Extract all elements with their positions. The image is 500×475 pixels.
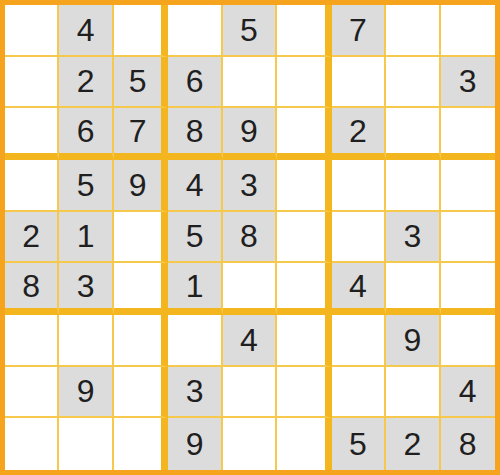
cell-r7c9[interactable] — [441, 315, 495, 367]
cell-r1c6[interactable] — [277, 5, 331, 57]
cell-r1c8[interactable] — [386, 5, 440, 57]
cell-r2c4[interactable]: 6 — [168, 57, 222, 109]
cell-r8c7[interactable] — [332, 367, 386, 419]
cell-r6c8[interactable] — [386, 263, 440, 315]
cell-r5c7[interactable] — [332, 212, 386, 264]
cell-r5c3[interactable] — [114, 212, 168, 264]
cell-r4c1[interactable] — [5, 160, 59, 212]
cell-r1c9[interactable] — [441, 5, 495, 57]
cell-r5c4[interactable]: 5 — [168, 212, 222, 264]
cell-r3c3[interactable]: 7 — [114, 108, 168, 160]
cell-r6c9[interactable] — [441, 263, 495, 315]
cell-r5c8[interactable]: 3 — [386, 212, 440, 264]
cell-r4c3[interactable]: 9 — [114, 160, 168, 212]
cell-r6c7[interactable]: 4 — [332, 263, 386, 315]
cell-r2c6[interactable] — [277, 57, 331, 109]
cell-r9c2[interactable] — [59, 418, 113, 470]
cell-r2c5[interactable] — [223, 57, 277, 109]
cell-r9c5[interactable] — [223, 418, 277, 470]
cell-r8c4[interactable]: 3 — [168, 367, 222, 419]
cell-r3c8[interactable] — [386, 108, 440, 160]
cell-r6c3[interactable] — [114, 263, 168, 315]
cell-r5c9[interactable] — [441, 212, 495, 264]
cell-r4c4[interactable]: 4 — [168, 160, 222, 212]
cell-r6c6[interactable] — [277, 263, 331, 315]
cell-r2c8[interactable] — [386, 57, 440, 109]
cell-r8c3[interactable] — [114, 367, 168, 419]
cell-r7c6[interactable] — [277, 315, 331, 367]
cell-r1c3[interactable] — [114, 5, 168, 57]
cell-r7c8[interactable]: 9 — [386, 315, 440, 367]
cell-r8c2[interactable]: 9 — [59, 367, 113, 419]
cell-r2c7[interactable] — [332, 57, 386, 109]
cell-r5c1[interactable]: 2 — [5, 212, 59, 264]
cell-r3c7[interactable]: 2 — [332, 108, 386, 160]
cell-r3c6[interactable] — [277, 108, 331, 160]
cell-r8c9[interactable]: 4 — [441, 367, 495, 419]
cell-r5c6[interactable] — [277, 212, 331, 264]
cell-r2c3[interactable]: 5 — [114, 57, 168, 109]
cell-r1c7[interactable]: 7 — [332, 5, 386, 57]
cell-r8c8[interactable] — [386, 367, 440, 419]
cell-r4c9[interactable] — [441, 160, 495, 212]
cell-r6c1[interactable]: 8 — [5, 263, 59, 315]
cell-r6c2[interactable]: 3 — [59, 263, 113, 315]
cell-r8c6[interactable] — [277, 367, 331, 419]
cell-r7c7[interactable] — [332, 315, 386, 367]
cell-r4c6[interactable] — [277, 160, 331, 212]
cell-r6c5[interactable] — [223, 263, 277, 315]
cell-r9c8[interactable]: 2 — [386, 418, 440, 470]
cell-r9c4[interactable]: 9 — [168, 418, 222, 470]
cell-r1c4[interactable] — [168, 5, 222, 57]
cell-r7c3[interactable] — [114, 315, 168, 367]
cell-r1c1[interactable] — [5, 5, 59, 57]
cell-r1c5[interactable]: 5 — [223, 5, 277, 57]
cell-r7c2[interactable] — [59, 315, 113, 367]
cell-r8c5[interactable] — [223, 367, 277, 419]
sudoku-board: 4572563678925943215838314499349528 — [0, 0, 500, 475]
cell-r5c2[interactable]: 1 — [59, 212, 113, 264]
cell-r7c4[interactable] — [168, 315, 222, 367]
cell-r7c5[interactable]: 4 — [223, 315, 277, 367]
cell-r9c6[interactable] — [277, 418, 331, 470]
cell-r6c4[interactable]: 1 — [168, 263, 222, 315]
cell-r8c1[interactable] — [5, 367, 59, 419]
cell-r2c2[interactable]: 2 — [59, 57, 113, 109]
cell-r1c2[interactable]: 4 — [59, 5, 113, 57]
cell-r4c8[interactable] — [386, 160, 440, 212]
cell-r3c2[interactable]: 6 — [59, 108, 113, 160]
cell-r2c1[interactable] — [5, 57, 59, 109]
cell-r2c9[interactable]: 3 — [441, 57, 495, 109]
cell-r4c2[interactable]: 5 — [59, 160, 113, 212]
cell-r5c5[interactable]: 8 — [223, 212, 277, 264]
cell-r9c3[interactable] — [114, 418, 168, 470]
cell-r4c7[interactable] — [332, 160, 386, 212]
cell-r4c5[interactable]: 3 — [223, 160, 277, 212]
cell-r3c5[interactable]: 9 — [223, 108, 277, 160]
cell-r7c1[interactable] — [5, 315, 59, 367]
cell-r9c7[interactable]: 5 — [332, 418, 386, 470]
cell-r9c1[interactable] — [5, 418, 59, 470]
cell-r3c4[interactable]: 8 — [168, 108, 222, 160]
cell-r3c1[interactable] — [5, 108, 59, 160]
cell-r3c9[interactable] — [441, 108, 495, 160]
cell-r9c9[interactable]: 8 — [441, 418, 495, 470]
